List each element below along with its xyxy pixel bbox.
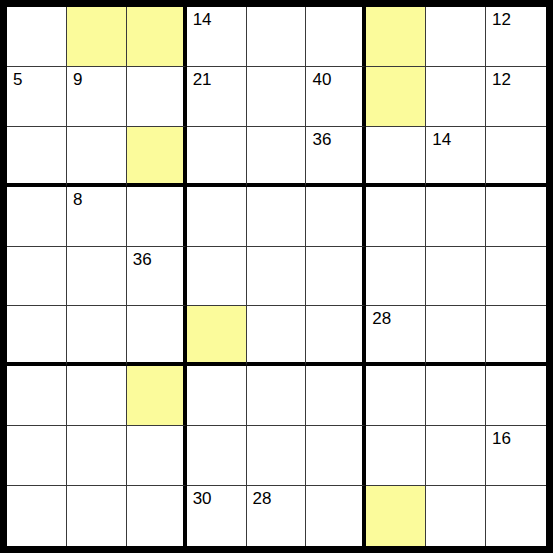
cell-r4c7[interactable] [366, 187, 426, 247]
cage-sum-label: 5 [13, 70, 22, 90]
cell-r9c6[interactable] [306, 486, 366, 546]
cell-r5c2[interactable] [67, 247, 127, 307]
cell-r3c3[interactable] [127, 127, 187, 187]
cell-r1c5[interactable] [247, 7, 307, 67]
cell-r4c5[interactable] [247, 187, 307, 247]
cell-r5c5[interactable] [247, 247, 307, 307]
cell-r9c5[interactable]: 28 [247, 486, 307, 546]
cell-r2c8[interactable] [426, 67, 486, 127]
cell-r6c5[interactable] [247, 306, 307, 366]
cell-r6c2[interactable] [67, 306, 127, 366]
cell-r2c7[interactable] [366, 67, 426, 127]
cell-r3c9[interactable] [486, 127, 546, 187]
cell-r8c4[interactable] [187, 426, 247, 486]
cell-r6c7[interactable]: 28 [366, 306, 426, 366]
cell-r2c5[interactable] [247, 67, 307, 127]
cell-r7c9[interactable] [486, 366, 546, 426]
cell-r8c1[interactable] [7, 426, 67, 486]
cage-sum-label: 30 [193, 489, 212, 509]
cell-r1c7[interactable] [366, 7, 426, 67]
cell-r2c2[interactable]: 9 [67, 67, 127, 127]
cell-r7c5[interactable] [247, 366, 307, 426]
cell-r2c9[interactable]: 12 [486, 67, 546, 127]
cell-r2c1[interactable]: 5 [7, 67, 67, 127]
cell-r4c3[interactable] [127, 187, 187, 247]
cell-r3c1[interactable] [7, 127, 67, 187]
cage-sum-label: 16 [492, 429, 511, 449]
cell-r9c4[interactable]: 30 [187, 486, 247, 546]
cell-r5c7[interactable] [366, 247, 426, 307]
cell-r3c4[interactable] [187, 127, 247, 187]
cell-r2c6[interactable]: 40 [306, 67, 366, 127]
cage-sum-label: 14 [432, 130, 451, 150]
cell-r7c8[interactable] [426, 366, 486, 426]
cell-r1c3[interactable] [127, 7, 187, 67]
cage-sum-label: 21 [193, 70, 212, 90]
cage-sum-label: 40 [312, 70, 331, 90]
cell-r9c8[interactable] [426, 486, 486, 546]
cell-r1c2[interactable] [67, 7, 127, 67]
cage-sum-label: 28 [372, 309, 391, 329]
cell-r6c4[interactable] [187, 306, 247, 366]
cell-r7c7[interactable] [366, 366, 426, 426]
cage-sum-label: 12 [492, 10, 511, 30]
cell-r5c9[interactable] [486, 247, 546, 307]
cell-r5c8[interactable] [426, 247, 486, 307]
cell-r6c3[interactable] [127, 306, 187, 366]
cell-r8c5[interactable] [247, 426, 307, 486]
cage-sum-label: 36 [312, 130, 331, 150]
cell-r2c3[interactable] [127, 67, 187, 127]
cage-sum-label: 28 [253, 489, 272, 509]
cell-r3c2[interactable] [67, 127, 127, 187]
killer-sudoku-board: 141259214012361483628163028 [0, 0, 553, 553]
cell-r5c6[interactable] [306, 247, 366, 307]
cell-r6c8[interactable] [426, 306, 486, 366]
cage-sum-label: 12 [492, 70, 511, 90]
cell-r4c2[interactable]: 8 [67, 187, 127, 247]
cell-r9c9[interactable] [486, 486, 546, 546]
cell-r3c6[interactable]: 36 [306, 127, 366, 187]
cell-r5c3[interactable]: 36 [127, 247, 187, 307]
cell-r4c8[interactable] [426, 187, 486, 247]
cage-sum-label: 8 [73, 190, 82, 210]
cage-sum-label: 9 [73, 70, 82, 90]
cell-r8c3[interactable] [127, 426, 187, 486]
cell-r9c7[interactable] [366, 486, 426, 546]
cage-sum-label: 14 [193, 10, 212, 30]
cell-r5c4[interactable] [187, 247, 247, 307]
cell-r9c3[interactable] [127, 486, 187, 546]
cell-r1c8[interactable] [426, 7, 486, 67]
cell-r6c6[interactable] [306, 306, 366, 366]
cell-r4c4[interactable] [187, 187, 247, 247]
cell-r6c1[interactable] [7, 306, 67, 366]
cell-r7c2[interactable] [67, 366, 127, 426]
cell-r4c6[interactable] [306, 187, 366, 247]
cell-r4c9[interactable] [486, 187, 546, 247]
cell-r7c3[interactable] [127, 366, 187, 426]
cell-r1c4[interactable]: 14 [187, 7, 247, 67]
cell-r8c9[interactable]: 16 [486, 426, 546, 486]
cell-r7c6[interactable] [306, 366, 366, 426]
cell-r1c6[interactable] [306, 7, 366, 67]
cell-r3c7[interactable] [366, 127, 426, 187]
cell-r9c2[interactable] [67, 486, 127, 546]
cage-sum-label: 36 [133, 250, 152, 270]
cell-r1c9[interactable]: 12 [486, 7, 546, 67]
cell-r8c6[interactable] [306, 426, 366, 486]
cell-r8c7[interactable] [366, 426, 426, 486]
cell-r5c1[interactable] [7, 247, 67, 307]
cell-r9c1[interactable] [7, 486, 67, 546]
cell-r7c1[interactable] [7, 366, 67, 426]
cell-r3c8[interactable]: 14 [426, 127, 486, 187]
puzzle-page: 141259214012361483628163028 [0, 0, 553, 553]
cell-r1c1[interactable] [7, 7, 67, 67]
cell-r2c4[interactable]: 21 [187, 67, 247, 127]
cell-r8c8[interactable] [426, 426, 486, 486]
cell-r3c5[interactable] [247, 127, 307, 187]
cell-r7c4[interactable] [187, 366, 247, 426]
cell-r8c2[interactable] [67, 426, 127, 486]
cell-r4c1[interactable] [7, 187, 67, 247]
cell-r6c9[interactable] [486, 306, 546, 366]
